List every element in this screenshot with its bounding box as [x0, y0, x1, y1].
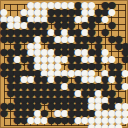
go-app-window: ●●●●●●●●●●●●●●●●●●●●●●●●●●●●●●●●●●●●●●●●… — [0, 0, 128, 128]
white-stone: ● — [115, 122, 122, 128]
white-stone: ● — [122, 82, 128, 89]
black-stone: ● — [1, 109, 8, 116]
hoshi-point — [23, 64, 25, 66]
go-board[interactable]: ●●●●●●●●●●●●●●●●●●●●●●●●●●●●●●●●●●●●●●●●… — [0, 0, 128, 128]
hoshi-point — [104, 64, 106, 66]
hoshi-point — [104, 23, 106, 25]
hoshi-point — [64, 64, 66, 66]
